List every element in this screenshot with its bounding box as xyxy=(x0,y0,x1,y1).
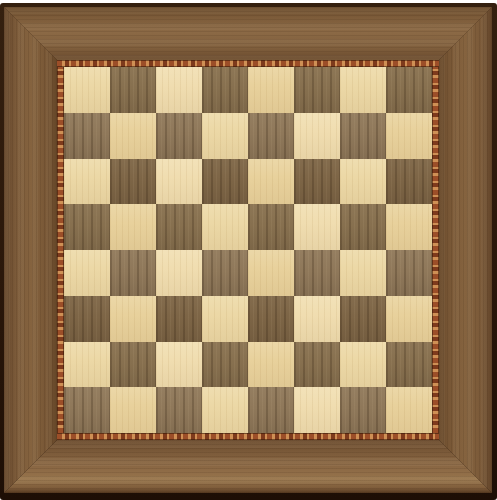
square-c4[interactable] xyxy=(156,250,202,296)
square-h1[interactable] xyxy=(386,387,432,433)
square-g4[interactable] xyxy=(340,250,386,296)
frame-bottom-rail xyxy=(4,440,492,493)
square-d4[interactable] xyxy=(202,250,248,296)
square-d8[interactable] xyxy=(202,67,248,113)
inlay-right-strip xyxy=(432,67,439,433)
square-c8[interactable] xyxy=(156,67,202,113)
square-c6[interactable] xyxy=(156,159,202,205)
square-c5[interactable] xyxy=(156,204,202,250)
square-a1[interactable] xyxy=(64,387,110,433)
square-b7[interactable] xyxy=(110,113,156,159)
square-b8[interactable] xyxy=(110,67,156,113)
inlay-bottom-strip xyxy=(57,433,439,440)
square-d1[interactable] xyxy=(202,387,248,433)
square-c1[interactable] xyxy=(156,387,202,433)
square-f5[interactable] xyxy=(294,204,340,250)
square-f6[interactable] xyxy=(294,159,340,205)
square-b5[interactable] xyxy=(110,204,156,250)
square-d6[interactable] xyxy=(202,159,248,205)
square-e2[interactable] xyxy=(248,342,294,388)
square-g2[interactable] xyxy=(340,342,386,388)
frame-right-rail xyxy=(439,7,492,493)
square-c7[interactable] xyxy=(156,113,202,159)
square-e4[interactable] xyxy=(248,250,294,296)
square-e1[interactable] xyxy=(248,387,294,433)
square-g3[interactable] xyxy=(340,296,386,342)
square-e8[interactable] xyxy=(248,67,294,113)
square-f2[interactable] xyxy=(294,342,340,388)
square-c2[interactable] xyxy=(156,342,202,388)
square-e7[interactable] xyxy=(248,113,294,159)
square-e3[interactable] xyxy=(248,296,294,342)
frame-top-rail xyxy=(4,7,492,60)
square-d2[interactable] xyxy=(202,342,248,388)
square-f4[interactable] xyxy=(294,250,340,296)
square-g5[interactable] xyxy=(340,204,386,250)
inlay-left-strip xyxy=(57,67,64,433)
square-b2[interactable] xyxy=(110,342,156,388)
square-g1[interactable] xyxy=(340,387,386,433)
square-a7[interactable] xyxy=(64,113,110,159)
square-g8[interactable] xyxy=(340,67,386,113)
square-h3[interactable] xyxy=(386,296,432,342)
square-f3[interactable] xyxy=(294,296,340,342)
playing-area xyxy=(64,67,432,433)
square-b3[interactable] xyxy=(110,296,156,342)
square-d3[interactable] xyxy=(202,296,248,342)
chess-board xyxy=(0,3,497,500)
square-a4[interactable] xyxy=(64,250,110,296)
square-b6[interactable] xyxy=(110,159,156,205)
square-g7[interactable] xyxy=(340,113,386,159)
square-f1[interactable] xyxy=(294,387,340,433)
square-h7[interactable] xyxy=(386,113,432,159)
square-e5[interactable] xyxy=(248,204,294,250)
square-d7[interactable] xyxy=(202,113,248,159)
square-a6[interactable] xyxy=(64,159,110,205)
square-h5[interactable] xyxy=(386,204,432,250)
square-a8[interactable] xyxy=(64,67,110,113)
square-b1[interactable] xyxy=(110,387,156,433)
square-g6[interactable] xyxy=(340,159,386,205)
square-h8[interactable] xyxy=(386,67,432,113)
square-a3[interactable] xyxy=(64,296,110,342)
square-a2[interactable] xyxy=(64,342,110,388)
square-f8[interactable] xyxy=(294,67,340,113)
photo-background xyxy=(0,0,497,500)
square-d5[interactable] xyxy=(202,204,248,250)
square-h2[interactable] xyxy=(386,342,432,388)
square-c3[interactable] xyxy=(156,296,202,342)
frame-left-rail xyxy=(4,7,57,493)
square-b4[interactable] xyxy=(110,250,156,296)
square-a5[interactable] xyxy=(64,204,110,250)
square-f7[interactable] xyxy=(294,113,340,159)
inlay-top-strip xyxy=(57,60,439,67)
square-h6[interactable] xyxy=(386,159,432,205)
square-e6[interactable] xyxy=(248,159,294,205)
square-h4[interactable] xyxy=(386,250,432,296)
